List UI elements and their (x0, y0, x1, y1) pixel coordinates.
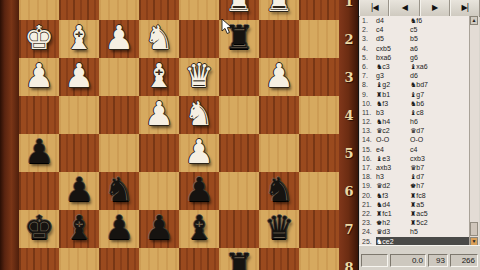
forward-button[interactable]: ▶ (420, 0, 450, 16)
black-pawn-piece[interactable]: ♟ (99, 208, 139, 248)
square-h3[interactable]: ♟ (19, 58, 59, 96)
board-squares: ♜♜♚♝♟♞♜♟♟♝♛♟♟♞♟♟♟♞♟♞♚♝♟♟♝♛♜ (19, 0, 339, 270)
square-e6[interactable] (139, 172, 179, 210)
white-move[interactable]: ♞f3 (376, 99, 410, 108)
square-b4[interactable] (259, 96, 299, 134)
move-row[interactable]: 17.axb3♛b7 (360, 163, 469, 172)
black-move[interactable]: ♛d7 (410, 126, 469, 135)
black-move[interactable]: ♝g7 (410, 90, 469, 99)
status-value-2: 93 (428, 254, 448, 267)
black-rook-piece[interactable]: ♜ (219, 246, 259, 270)
chess-app-window: ♜♜♚♝♟♞♜♟♟♝♛♟♟♞♟♟♟♞♟♞♚♝♟♟♝♛♜ 12345678 |◀◀… (0, 0, 480, 270)
move-row[interactable]: 16.♝e3cxb3 (360, 154, 469, 163)
black-queen-piece[interactable]: ♛ (259, 208, 299, 248)
square-d4[interactable]: ♞ (179, 96, 219, 134)
white-bishop-piece[interactable]: ♝ (59, 18, 99, 58)
square-f8[interactable] (99, 248, 139, 270)
notation-panel: |◀◀▶▶| 1.d4♞f62.c4c53.d5b54.cxb5a65.bxa6… (358, 0, 480, 270)
white-king-piece[interactable]: ♚ (19, 18, 59, 58)
square-f2[interactable]: ♟ (99, 20, 139, 58)
move-row[interactable]: 6.♞c3♝xa6 (360, 62, 469, 71)
move-number: 15. (360, 145, 376, 154)
white-move[interactable]: ♛d2 (376, 181, 410, 190)
move-row[interactable]: 7.g3d6 (360, 71, 469, 80)
square-b6[interactable]: ♞ (259, 172, 299, 210)
white-move[interactable]: b3 (376, 108, 410, 117)
move-row[interactable]: 5.bxa6g6 (360, 53, 469, 62)
rank-label-1: 1 (341, 0, 357, 9)
move-number: 5. (360, 53, 376, 62)
status-bar: 0.093266 (359, 245, 480, 270)
square-d2[interactable] (179, 20, 219, 58)
black-move[interactable]: ♜5c2 (410, 218, 469, 227)
black-move[interactable]: h5 (410, 227, 469, 236)
square-h4[interactable] (19, 96, 59, 134)
square-c7[interactable] (219, 210, 259, 248)
square-a8[interactable] (299, 248, 339, 270)
black-move[interactable]: ♜ac5 (410, 209, 469, 218)
square-g1[interactable] (59, 0, 99, 20)
white-pawn-piece[interactable]: ♟ (259, 56, 299, 96)
white-move[interactable]: ♛d3 (376, 227, 410, 236)
square-d7[interactable]: ♝ (179, 210, 219, 248)
move-list[interactable]: 1.d4♞f62.c4c53.d5b54.cxb5a65.bxa6g66.♞c3… (360, 16, 470, 246)
move-row[interactable]: 23.♚h2♜5c2 (360, 218, 469, 227)
white-move[interactable]: ♝g2 (376, 80, 410, 89)
move-row[interactable]: 14.O-OO-O (360, 135, 469, 144)
rank-label-6: 6 (341, 184, 357, 199)
move-number: 3. (360, 34, 376, 43)
white-move[interactable]: ♞d4 (376, 200, 410, 209)
white-pawn-piece[interactable]: ♟ (59, 56, 99, 96)
square-g4[interactable] (59, 96, 99, 134)
move-row[interactable]: 3.d5b5 (360, 34, 469, 43)
move-row[interactable]: 8.♝g2♞bd7 (360, 80, 469, 89)
move-number: 9. (360, 90, 376, 99)
move-number: 4. (360, 44, 376, 53)
black-move[interactable]: ♝xa6 (410, 62, 469, 71)
white-rook-piece[interactable]: ♜ (219, 0, 259, 20)
move-row[interactable]: 4.cxb5a6 (360, 44, 469, 53)
back-button[interactable]: ◀ (389, 0, 419, 16)
square-a4[interactable] (299, 96, 339, 134)
white-move[interactable]: bxa6 (376, 53, 410, 62)
square-b8[interactable] (259, 248, 299, 270)
white-move[interactable]: ♞h4 (376, 117, 410, 126)
move-number: 11. (360, 108, 376, 117)
white-move[interactable]: g3 (376, 71, 410, 80)
move-number: 17. (360, 163, 376, 172)
white-move[interactable]: ♚h2 (376, 218, 410, 227)
square-f6[interactable]: ♞ (99, 172, 139, 210)
move-row[interactable]: 15.e4c4 (360, 145, 469, 154)
status-field-empty (361, 254, 388, 267)
black-move[interactable]: c4 (410, 145, 469, 154)
rank-label-8: 8 (341, 260, 357, 270)
white-move[interactable]: ♞f3 (376, 191, 410, 200)
move-row[interactable]: 11.b3♝c8 (360, 108, 469, 117)
move-row[interactable]: 1.d4♞f6 (360, 16, 469, 25)
move-number: 13. (360, 126, 376, 135)
move-number: 22. (360, 209, 376, 218)
scroll-thumb[interactable] (470, 222, 478, 236)
rank-label-5: 5 (341, 146, 357, 161)
white-move[interactable]: ♞c3 (376, 62, 410, 71)
black-pawn-piece[interactable]: ♟ (179, 170, 219, 210)
white-knight-piece[interactable]: ♞ (179, 94, 219, 134)
mouse-cursor-icon (221, 19, 232, 35)
square-f7[interactable]: ♟ (99, 210, 139, 248)
move-row[interactable]: 9.♜b1♝g7 (360, 90, 469, 99)
square-a5[interactable] (299, 134, 339, 172)
square-a3[interactable] (299, 58, 339, 96)
square-e4[interactable]: ♟ (139, 96, 179, 134)
black-bishop-piece[interactable]: ♝ (179, 208, 219, 248)
square-a7[interactable] (299, 210, 339, 248)
white-move[interactable]: cxb5 (376, 44, 410, 53)
black-move[interactable]: ♚h7 (410, 181, 469, 190)
move-row[interactable]: 10.♞f3♞b6 (360, 99, 469, 108)
move-number: 21. (360, 200, 376, 209)
black-move[interactable]: b5 (410, 34, 469, 43)
square-h8[interactable] (19, 248, 59, 270)
white-move[interactable]: O-O (376, 135, 410, 144)
square-e3[interactable]: ♝ (139, 58, 179, 96)
move-row[interactable]: 18.h3♝d7 (360, 172, 469, 181)
rank-label-7: 7 (341, 222, 357, 237)
square-f4[interactable] (99, 96, 139, 134)
black-move[interactable]: ♜fc8 (410, 191, 469, 200)
white-move[interactable]: e4 (376, 145, 410, 154)
black-pawn-piece[interactable]: ♟ (139, 208, 179, 248)
square-e1[interactable] (139, 0, 179, 20)
square-b1[interactable]: ♜ (259, 0, 299, 20)
black-pawn-piece[interactable]: ♟ (19, 132, 59, 172)
square-d6[interactable]: ♟ (179, 172, 219, 210)
rank-label-3: 3 (341, 70, 357, 85)
square-c3[interactable] (219, 58, 259, 96)
square-b2[interactable] (259, 20, 299, 58)
move-number: 6. (360, 62, 376, 71)
square-c8[interactable]: ♜ (219, 248, 259, 270)
status-fields: 0.093266 (361, 254, 478, 267)
square-c6[interactable] (219, 172, 259, 210)
status-value-3: 266 (450, 254, 478, 267)
square-h1[interactable] (19, 0, 59, 20)
move-number: 16. (360, 154, 376, 163)
white-rook-piece[interactable]: ♜ (259, 0, 299, 20)
black-move[interactable]: ♞f6 (410, 16, 469, 25)
move-row[interactable]: 20.♞f3♜fc8 (360, 191, 469, 200)
move-number: 14. (360, 135, 376, 144)
square-h6[interactable] (19, 172, 59, 210)
white-move[interactable]: ♜b1 (376, 90, 410, 99)
square-e8[interactable] (139, 248, 179, 270)
move-number: 8. (360, 80, 376, 89)
move-number: 10. (360, 99, 376, 108)
move-number: 24. (360, 227, 376, 236)
move-number: 18. (360, 172, 376, 181)
black-pawn-piece[interactable]: ♟ (59, 170, 99, 210)
square-g3[interactable]: ♟ (59, 58, 99, 96)
white-knight-piece[interactable]: ♞ (139, 18, 179, 58)
black-king-piece[interactable]: ♚ (19, 208, 59, 248)
status-value-1: 0.0 (390, 254, 426, 267)
board-frame-left (0, 0, 19, 270)
white-queen-piece[interactable]: ♛ (179, 56, 219, 96)
white-move[interactable]: ♝e3 (376, 154, 410, 163)
square-d3[interactable]: ♛ (179, 58, 219, 96)
move-number: 20. (360, 191, 376, 200)
move-number: 19. (360, 181, 376, 190)
black-move[interactable]: ♜a5 (410, 200, 469, 209)
square-b7[interactable]: ♛ (259, 210, 299, 248)
square-b3[interactable]: ♟ (259, 58, 299, 96)
white-pawn-piece[interactable]: ♟ (139, 94, 179, 134)
square-b5[interactable] (259, 134, 299, 172)
move-row[interactable]: 2.c4c5 (360, 25, 469, 34)
scrollbar[interactable]: ▲ ▼ (469, 16, 479, 246)
square-f3[interactable] (99, 58, 139, 96)
square-h5[interactable]: ♟ (19, 134, 59, 172)
black-move[interactable]: a6 (410, 44, 469, 53)
vcr-toolbar: |◀◀▶▶| (359, 0, 480, 17)
move-number: 23. (360, 218, 376, 227)
black-knight-piece[interactable]: ♞ (99, 170, 139, 210)
rank-label-4: 4 (341, 108, 357, 123)
square-c1[interactable]: ♜ (219, 0, 259, 20)
black-move[interactable]: ♝c8 (410, 108, 469, 117)
white-pawn-piece[interactable]: ♟ (179, 132, 219, 172)
move-row[interactable]: 19.♛d2♚h7 (360, 181, 469, 190)
move-row[interactable]: 22.♜fc1♜ac5 (360, 209, 469, 218)
move-number: 2. (360, 25, 376, 34)
square-g7[interactable]: ♝ (59, 210, 99, 248)
move-number: 12. (360, 117, 376, 126)
black-move[interactable]: ♛b7 (410, 163, 469, 172)
black-move[interactable]: d6 (410, 71, 469, 80)
move-number: 1. (360, 16, 376, 25)
square-h2[interactable]: ♚ (19, 20, 59, 58)
go-end-button[interactable]: ▶| (450, 0, 480, 16)
white-move[interactable]: d5 (376, 34, 410, 43)
black-move[interactable]: g6 (410, 53, 469, 62)
white-pawn-piece[interactable]: ♟ (19, 56, 59, 96)
square-e2[interactable]: ♞ (139, 20, 179, 58)
black-move[interactable]: O-O (410, 135, 469, 144)
square-f1[interactable] (99, 0, 139, 20)
white-move[interactable]: d4 (376, 16, 410, 25)
square-d8[interactable] (179, 248, 219, 270)
square-e5[interactable] (139, 134, 179, 172)
square-a1[interactable] (299, 0, 339, 20)
square-c4[interactable] (219, 96, 259, 134)
black-move[interactable]: h6 (410, 117, 469, 126)
square-g2[interactable]: ♝ (59, 20, 99, 58)
move-row[interactable]: 13.♛c2♛d7 (360, 126, 469, 135)
square-h7[interactable]: ♚ (19, 210, 59, 248)
black-bishop-piece[interactable]: ♝ (59, 208, 99, 248)
square-d1[interactable] (179, 0, 219, 20)
chess-board: ♜♜♚♝♟♞♜♟♟♝♛♟♟♞♟♟♟♞♟♞♚♝♟♟♝♛♜ 12345678 (0, 0, 358, 270)
square-e7[interactable]: ♟ (139, 210, 179, 248)
white-move[interactable]: axb3 (376, 163, 410, 172)
black-move[interactable]: ♞b6 (410, 99, 469, 108)
square-f5[interactable] (99, 134, 139, 172)
white-move[interactable]: h3 (376, 172, 410, 181)
white-move[interactable]: ♜fc1 (376, 209, 410, 218)
square-g5[interactable] (59, 134, 99, 172)
move-number: 7. (360, 71, 376, 80)
black-move[interactable]: ♝d7 (410, 172, 469, 181)
white-move[interactable]: c4 (376, 25, 410, 34)
go-start-button[interactable]: |◀ (359, 0, 389, 16)
rank-label-2: 2 (341, 32, 357, 47)
square-g6[interactable]: ♟ (59, 172, 99, 210)
square-c5[interactable] (219, 134, 259, 172)
white-bishop-piece[interactable]: ♝ (139, 56, 179, 96)
black-move[interactable]: ♞bd7 (410, 80, 469, 89)
white-move[interactable]: ♛c2 (376, 126, 410, 135)
square-g8[interactable] (59, 248, 99, 270)
move-row[interactable]: 21.♞d4♜a5 (360, 200, 469, 209)
white-pawn-piece[interactable]: ♟ (99, 18, 139, 58)
square-d5[interactable]: ♟ (179, 134, 219, 172)
black-knight-piece[interactable]: ♞ (259, 170, 299, 210)
black-move[interactable]: cxb3 (410, 154, 469, 163)
move-row[interactable]: 12.♞h4h6 (360, 117, 469, 126)
scroll-up-icon[interactable]: ▲ (470, 16, 478, 25)
square-a6[interactable] (299, 172, 339, 210)
square-a2[interactable] (299, 20, 339, 58)
move-row[interactable]: 24.♛d3h5 (360, 227, 469, 236)
black-move[interactable]: c5 (410, 25, 469, 34)
